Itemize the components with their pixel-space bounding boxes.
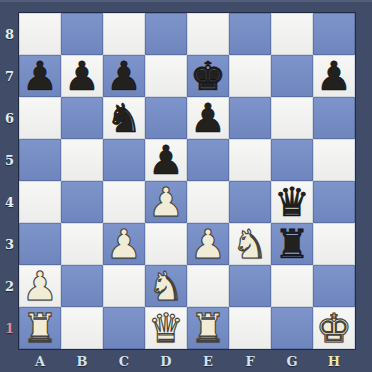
square-f1[interactable] <box>229 307 271 349</box>
square-b2[interactable] <box>61 265 103 307</box>
square-c2[interactable] <box>103 265 145 307</box>
square-e1[interactable]: ♜ <box>187 307 229 349</box>
square-c1[interactable] <box>103 307 145 349</box>
square-c7[interactable]: ♟ <box>103 55 145 97</box>
square-d1[interactable]: ♛ <box>145 307 187 349</box>
black-pawn-d5[interactable]: ♟ <box>145 139 187 181</box>
black-queen-g4[interactable]: ♛ <box>271 181 313 223</box>
square-a8[interactable] <box>19 13 61 55</box>
square-e3[interactable]: ♟ <box>187 223 229 265</box>
rank-label-5: 5 <box>0 139 19 181</box>
square-a1[interactable]: ♜ <box>19 307 61 349</box>
black-knight-c6[interactable]: ♞ <box>103 97 145 139</box>
square-h2[interactable] <box>313 265 355 307</box>
square-h8[interactable] <box>313 13 355 55</box>
square-h3[interactable] <box>313 223 355 265</box>
white-pawn-c3[interactable]: ♟ <box>103 223 145 265</box>
white-rook-a1[interactable]: ♜ <box>19 307 61 349</box>
square-d2[interactable]: ♞ <box>145 265 187 307</box>
square-c3[interactable]: ♟ <box>103 223 145 265</box>
square-g2[interactable] <box>271 265 313 307</box>
white-knight-d2[interactable]: ♞ <box>145 265 187 307</box>
square-h5[interactable] <box>313 139 355 181</box>
square-b3[interactable] <box>61 223 103 265</box>
rank-label-1: 1 <box>0 307 19 349</box>
square-d6[interactable] <box>145 97 187 139</box>
square-f6[interactable] <box>229 97 271 139</box>
square-b5[interactable] <box>61 139 103 181</box>
square-c8[interactable] <box>103 13 145 55</box>
square-f5[interactable] <box>229 139 271 181</box>
rank-label-8: 8 <box>0 13 19 55</box>
square-a3[interactable] <box>19 223 61 265</box>
rank-label-3: 3 <box>0 223 19 265</box>
black-king-e7[interactable]: ♚ <box>187 55 229 97</box>
chess-board-panel: ♟♟♟♚♟♞♟♟♟♛♟♟♞♜♟♞♜♛♜♚ 87654321 ABCDEFGH <box>0 0 372 372</box>
white-rook-e1[interactable]: ♜ <box>187 307 229 349</box>
square-a6[interactable] <box>19 97 61 139</box>
black-pawn-h7[interactable]: ♟ <box>313 55 355 97</box>
file-label-d: D <box>145 350 187 372</box>
square-c5[interactable] <box>103 139 145 181</box>
square-d4[interactable]: ♟ <box>145 181 187 223</box>
square-a2[interactable]: ♟ <box>19 265 61 307</box>
square-c4[interactable] <box>103 181 145 223</box>
square-b7[interactable]: ♟ <box>61 55 103 97</box>
square-a5[interactable] <box>19 139 61 181</box>
square-b8[interactable] <box>61 13 103 55</box>
file-label-h: H <box>313 350 355 372</box>
square-h1[interactable]: ♚ <box>313 307 355 349</box>
square-f2[interactable] <box>229 265 271 307</box>
square-g5[interactable] <box>271 139 313 181</box>
file-label-c: C <box>103 350 145 372</box>
square-e5[interactable] <box>187 139 229 181</box>
file-label-e: E <box>187 350 229 372</box>
rank-label-6: 6 <box>0 97 19 139</box>
chess-board: ♟♟♟♚♟♞♟♟♟♛♟♟♞♜♟♞♜♛♜♚ <box>19 13 355 349</box>
square-b6[interactable] <box>61 97 103 139</box>
square-e4[interactable] <box>187 181 229 223</box>
black-pawn-e6[interactable]: ♟ <box>187 97 229 139</box>
square-a4[interactable] <box>19 181 61 223</box>
square-b4[interactable] <box>61 181 103 223</box>
square-d5[interactable]: ♟ <box>145 139 187 181</box>
white-pawn-a2[interactable]: ♟ <box>19 265 61 307</box>
rank-label-4: 4 <box>0 181 19 223</box>
square-g4[interactable]: ♛ <box>271 181 313 223</box>
white-knight-f3[interactable]: ♞ <box>229 223 271 265</box>
square-g6[interactable] <box>271 97 313 139</box>
file-labels: ABCDEFGH <box>19 350 355 372</box>
file-label-b: B <box>61 350 103 372</box>
rank-label-2: 2 <box>0 265 19 307</box>
square-e2[interactable] <box>187 265 229 307</box>
file-label-g: G <box>271 350 313 372</box>
square-h7[interactable]: ♟ <box>313 55 355 97</box>
square-b1[interactable] <box>61 307 103 349</box>
white-king-h1[interactable]: ♚ <box>313 307 355 349</box>
black-pawn-c7[interactable]: ♟ <box>103 55 145 97</box>
square-d7[interactable] <box>145 55 187 97</box>
square-g3[interactable]: ♜ <box>271 223 313 265</box>
black-rook-g3[interactable]: ♜ <box>271 223 313 265</box>
square-h4[interactable] <box>313 181 355 223</box>
white-pawn-d4[interactable]: ♟ <box>145 181 187 223</box>
file-label-f: F <box>229 350 271 372</box>
square-f8[interactable] <box>229 13 271 55</box>
file-label-a: A <box>19 350 61 372</box>
rank-labels: 87654321 <box>0 13 19 349</box>
square-d8[interactable] <box>145 13 187 55</box>
square-e7[interactable]: ♚ <box>187 55 229 97</box>
square-f4[interactable] <box>229 181 271 223</box>
rank-label-7: 7 <box>0 55 19 97</box>
square-h6[interactable] <box>313 97 355 139</box>
square-g7[interactable] <box>271 55 313 97</box>
white-pawn-e3[interactable]: ♟ <box>187 223 229 265</box>
square-f7[interactable] <box>229 55 271 97</box>
square-a7[interactable]: ♟ <box>19 55 61 97</box>
square-g8[interactable] <box>271 13 313 55</box>
black-pawn-b7[interactable]: ♟ <box>61 55 103 97</box>
square-e8[interactable] <box>187 13 229 55</box>
white-queen-d1[interactable]: ♛ <box>145 307 187 349</box>
black-pawn-a7[interactable]: ♟ <box>19 55 61 97</box>
square-f3[interactable]: ♞ <box>229 223 271 265</box>
square-g1[interactable] <box>271 307 313 349</box>
square-e6[interactable]: ♟ <box>187 97 229 139</box>
square-c6[interactable]: ♞ <box>103 97 145 139</box>
square-d3[interactable] <box>145 223 187 265</box>
